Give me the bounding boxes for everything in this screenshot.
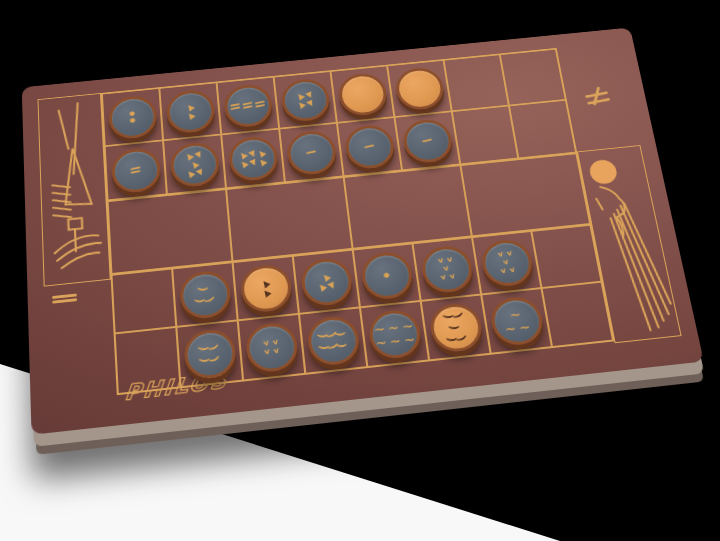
cell-r2-c5[interactable] [337, 117, 402, 176]
cell-r3-c4[interactable]: ▲▲▲ [293, 250, 360, 314]
cell-r4-c4[interactable]: )))))) [299, 307, 367, 373]
bird-mark-icon: v [500, 267, 507, 275]
piece-orange-arrow-2[interactable]: ▲▲ [239, 262, 293, 313]
middle-cell-4[interactable] [460, 153, 590, 236]
board-wrapper: ●●▲▲▲▲▲▲▲▲▲▲▲▲▲▲▲▲▲ )))▲▲▲▲▲●vvvvvvvvvv)… [28, 28, 683, 428]
moon-mark-icon: ) [198, 286, 209, 291]
cell-r4-c8[interactable] [541, 282, 613, 347]
dot-mark-icon: ● [129, 117, 135, 124]
piece-dark-bird-5[interactable]: vvvvv [419, 244, 475, 295]
piece-dark-dot-1[interactable]: ● [359, 250, 414, 301]
piece-dark-moon-3[interactable]: ))) [178, 269, 231, 320]
line-mark-icon [131, 169, 141, 173]
moon-mark-icon: ) [335, 343, 346, 348]
piece-marks-line-2 [131, 167, 141, 173]
bird-mark-icon: v [440, 273, 447, 281]
sun-disc-icon [588, 159, 619, 185]
cell-r1-c7[interactable] [444, 54, 509, 111]
arrow-mark-icon: ▲ [185, 110, 196, 120]
piece-orange-moon-5[interactable]: ))))) [427, 301, 484, 353]
piece-orange-blank-0[interactable] [393, 66, 446, 111]
not-equals-symbol [584, 88, 612, 104]
piece-dark-arrow-3[interactable]: ▲▲▲ [299, 256, 354, 307]
middle-cell-2[interactable] [226, 177, 353, 261]
moon-mark-icon: ) [452, 311, 464, 320]
moon-mark-icon: ) [208, 354, 221, 363]
arrow-mark-icon: ▲ [238, 159, 249, 169]
piece-marks-bird-5: vvvvv [498, 250, 515, 275]
cell-r1-c4[interactable]: ▲▲▲▲ [274, 71, 337, 129]
piece-dark-moon-6[interactable]: )))))) [305, 314, 361, 367]
piece-dark-snake-3[interactable]: ~~~ [488, 295, 546, 347]
equals-symbol [52, 291, 77, 306]
line-mark-icon [364, 144, 374, 148]
cell-r1-c3[interactable] [217, 77, 280, 135]
bird-mark-icon: v [264, 347, 271, 356]
piece-marks-arrow-2: ▲▲ [186, 103, 194, 120]
cell-r3-c7[interactable]: vvvvv [472, 231, 541, 294]
bird-mark-icon: v [448, 272, 455, 280]
middle-cell-3[interactable] [344, 165, 472, 249]
piece-dark-line-6[interactable] [222, 83, 273, 129]
moon-mark-icon: ) [203, 295, 215, 304]
cell-r2-c4[interactable] [279, 123, 343, 182]
cell-r1-c6[interactable] [387, 60, 452, 117]
cell-r1-c5[interactable] [330, 65, 394, 122]
piece-marks-arrow-5: ▲▲▲▲▲ [185, 151, 203, 178]
piece-marks-bird-4: vvvv [264, 338, 279, 356]
cell-r4-c3[interactable]: vvvv [238, 314, 306, 381]
snake-mark-icon: ~ [387, 320, 400, 334]
moon-mark-icon: ) [455, 334, 467, 343]
piece-dark-line-1[interactable] [285, 129, 337, 176]
piece-marks-line-1 [364, 145, 374, 148]
arrow-mark-icon: ▲ [304, 90, 314, 99]
bird-mark-icon: v [263, 339, 270, 348]
moon-mark-icon: ) [449, 325, 461, 330]
cell-r3-c3[interactable]: ▲▲ [233, 256, 299, 320]
piece-dark-dot-2[interactable]: ●● [107, 94, 157, 140]
arrow-mark-icon: ▲ [194, 150, 204, 160]
cell-r3-c2[interactable]: ))) [172, 262, 238, 327]
cell-r3-c5[interactable]: ● [353, 243, 421, 307]
piece-dark-line-1[interactable] [400, 117, 454, 164]
piece-marks-arrow-4: ▲▲▲▲ [296, 91, 314, 108]
piece-dark-arrow-4[interactable]: ▲▲▲▲ [279, 77, 331, 123]
bird-mark-icon: v [508, 266, 515, 274]
piece-dark-bird-4[interactable]: vvvv [244, 321, 299, 374]
arrow-mark-icon: ▲ [326, 280, 336, 290]
cell-r2-c1[interactable] [105, 140, 167, 200]
piece-dark-arrow-6[interactable]: ▲▲▲▲▲▲ [227, 135, 279, 182]
egyptian-figure-art [38, 94, 109, 286]
photo-background: ●●▲▲▲▲▲▲▲▲▲▲▲▲▲▲▲▲▲ )))▲▲▲▲▲●vvvvvvvvvv)… [0, 0, 720, 541]
snake-mark-icon: ~ [401, 319, 414, 333]
line-mark-icon [422, 138, 432, 142]
piece-dark-line-1[interactable] [343, 123, 396, 170]
cell-r2-c3[interactable]: ▲▲▲▲▲▲ [221, 129, 285, 189]
line-mark-icon [230, 106, 240, 110]
line-mark-icon [243, 105, 253, 109]
cell-r1-c8[interactable] [500, 49, 566, 106]
equals-mark-zone [44, 280, 113, 315]
snake-mark-icon: ~ [403, 332, 416, 346]
piece-marks-moon-4: )))) [202, 342, 217, 366]
cell-r2-c8[interactable] [509, 100, 576, 159]
piece-marks-arrow-6: ▲▲▲▲▲▲ [239, 149, 267, 168]
snake-mark-icon: ~ [518, 320, 531, 334]
piece-marks-moon-3: ))) [197, 283, 212, 306]
cell-r3-c1[interactable] [112, 269, 177, 334]
snake-mark-icon: ~ [389, 334, 402, 348]
cell-r3-c8[interactable] [531, 225, 601, 288]
cell-r2-c6[interactable] [394, 111, 460, 170]
bird-mark-icon: v [272, 346, 279, 355]
piece-marks-moon-6: )))))) [321, 328, 345, 353]
piece-dark-arrow-5[interactable]: ▲▲▲▲▲ [169, 141, 220, 188]
piece-marks-snake-3: ~~~ [502, 306, 532, 334]
arrow-mark-icon: ▲ [195, 167, 205, 177]
cell-r1-c1[interactable]: ●● [102, 88, 163, 146]
arrow-mark-icon: ▲ [305, 99, 315, 108]
grid-area: ●●▲▲▲▲▲▲▲▲▲▲▲▲▲▲▲▲▲ )))▲▲▲▲▲●vvvvvvvvvv)… [101, 48, 617, 409]
arrow-mark-icon: ▲ [260, 287, 271, 298]
middle-cell-1[interactable] [108, 189, 233, 274]
snake-mark-icon: ~ [504, 321, 517, 335]
line-mark-icon [255, 103, 265, 107]
piece-orange-blank-0[interactable] [336, 71, 388, 116]
board-frame: ●●▲▲▲▲▲▲▲▲▲▲▲▲▲▲▲▲▲ )))▲▲▲▲▲●vvvvvvvvvv)… [38, 42, 685, 417]
moon-mark-icon: ) [334, 331, 345, 336]
left-decor-panel [38, 93, 111, 287]
piece-marks-line-1 [422, 139, 432, 142]
piece-dark-bird-5[interactable]: vvvvv [478, 237, 534, 287]
arrow-mark-icon: ▲ [185, 168, 196, 178]
snake-mark-icon: ~ [509, 307, 522, 321]
cell-r4-c6[interactable]: ))))) [421, 294, 491, 360]
cell-r4-c7[interactable]: ~~~ [481, 288, 552, 354]
cell-r4-c5[interactable]: ~~~~~~ [360, 301, 429, 367]
piece-marks-arrow-2: ▲▲ [261, 279, 270, 298]
piece-dark-arrow-2[interactable]: ▲▲ [165, 88, 215, 134]
piece-dark-snake-6[interactable]: ~~~~~~ [366, 308, 422, 360]
piece-marks-line-6 [230, 101, 265, 109]
piece-marks-dot-1: ● [383, 272, 390, 279]
moon-mark-icon: ) [207, 343, 220, 352]
cell-r3-c6[interactable]: vvvvv [412, 237, 481, 301]
piece-marks-snake-6: ~~~~~~ [373, 319, 416, 349]
snake-mark-icon: ~ [373, 322, 386, 336]
dot-mark-icon: ● [383, 272, 390, 279]
piece-marks-dot-2: ●● [129, 110, 136, 123]
piece-dark-line-2[interactable] [110, 146, 161, 194]
game-board: ●●▲▲▲▲▲▲▲▲▲▲▲▲▲▲▲▲▲ )))▲▲▲▲▲●vvvvvvvvvv)… [22, 28, 704, 435]
cell-r2-c7[interactable] [452, 106, 519, 165]
line-mark-icon [306, 150, 316, 154]
piece-marks-moon-5: ))))) [446, 310, 464, 345]
piece-marks-bird-5: vvvvv [438, 256, 455, 281]
cell-r1-c2[interactable]: ▲▲ [159, 82, 221, 140]
cell-r2-c2[interactable]: ▲▲▲▲▲ [163, 134, 226, 194]
snake-mark-icon: ~ [375, 335, 388, 349]
piece-marks-line-1 [306, 151, 316, 154]
piece-marks-arrow-3: ▲▲▲ [317, 272, 336, 292]
